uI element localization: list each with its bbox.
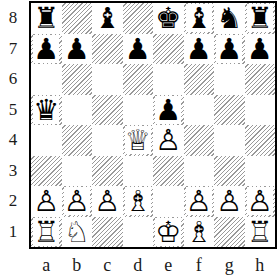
square-b5[interactable]: [62, 95, 93, 126]
square-h8[interactable]: ♜: [245, 3, 276, 34]
square-e2[interactable]: [153, 186, 184, 217]
square-f8[interactable]: ♝: [184, 3, 215, 34]
square-a1[interactable]: ♖: [31, 217, 62, 248]
piece-black-king: ♚: [155, 4, 181, 32]
file-label-a: a: [31, 252, 62, 278]
chess-diagram: 87654321 ♜♝♚♝♞♜♟♟♟♟♟♟♛♟♕♙♙♙♙♗♙♙♙♖♘♔♗♖ ab…: [0, 0, 279, 280]
rank-label-4: 4: [0, 125, 26, 156]
square-g1[interactable]: [214, 217, 245, 248]
square-g3[interactable]: [214, 156, 245, 187]
square-b3[interactable]: [62, 156, 93, 187]
rank-label-7: 7: [0, 34, 26, 65]
piece-white-king: ♔: [155, 218, 181, 246]
square-c6[interactable]: [92, 64, 123, 95]
square-d7[interactable]: ♟: [123, 34, 154, 65]
rank-label-8: 8: [0, 3, 26, 34]
square-d2[interactable]: ♗: [123, 186, 154, 217]
square-b1[interactable]: ♘: [62, 217, 93, 248]
square-c1[interactable]: [92, 217, 123, 248]
square-a7[interactable]: ♟: [31, 34, 62, 65]
piece-black-pawn: ♟: [216, 35, 242, 63]
square-c8[interactable]: ♝: [92, 3, 123, 34]
square-h2[interactable]: ♙: [245, 186, 276, 217]
square-c7[interactable]: [92, 34, 123, 65]
piece-black-pawn: ♟: [247, 35, 273, 63]
rank-label-5: 5: [0, 95, 26, 126]
square-a8[interactable]: ♜: [31, 3, 62, 34]
square-f2[interactable]: ♙: [184, 186, 215, 217]
piece-white-pawn: ♙: [155, 126, 181, 154]
file-label-c: c: [92, 252, 123, 278]
rank-label-2: 2: [0, 186, 26, 217]
square-e7[interactable]: [153, 34, 184, 65]
piece-black-pawn: ♟: [155, 96, 181, 124]
file-label-d: d: [123, 252, 154, 278]
piece-white-pawn: ♙: [186, 187, 212, 215]
square-c4[interactable]: [92, 125, 123, 156]
square-h5[interactable]: [245, 95, 276, 126]
square-b8[interactable]: [62, 3, 93, 34]
square-f7[interactable]: ♟: [184, 34, 215, 65]
piece-black-queen: ♛: [33, 96, 59, 124]
piece-black-bishop: ♝: [94, 4, 120, 32]
square-c3[interactable]: [92, 156, 123, 187]
piece-white-bishop: ♗: [186, 218, 212, 246]
chess-board: ♜♝♚♝♞♜♟♟♟♟♟♟♛♟♕♙♙♙♙♗♙♙♙♖♘♔♗♖: [29, 1, 277, 249]
square-e8[interactable]: ♚: [153, 3, 184, 34]
rank-label-1: 1: [0, 217, 26, 248]
square-f4[interactable]: [184, 125, 215, 156]
square-g2[interactable]: ♙: [214, 186, 245, 217]
square-f5[interactable]: [184, 95, 215, 126]
piece-white-knight: ♘: [64, 218, 90, 246]
square-d8[interactable]: [123, 3, 154, 34]
square-g8[interactable]: ♞: [214, 3, 245, 34]
piece-white-rook: ♖: [247, 218, 273, 246]
square-g5[interactable]: [214, 95, 245, 126]
square-h4[interactable]: [245, 125, 276, 156]
square-g7[interactable]: ♟: [214, 34, 245, 65]
square-d4[interactable]: ♕: [123, 125, 154, 156]
piece-black-pawn: ♟: [186, 35, 212, 63]
piece-white-pawn: ♙: [64, 187, 90, 215]
square-e1[interactable]: ♔: [153, 217, 184, 248]
file-label-h: h: [245, 252, 276, 278]
square-d3[interactable]: [123, 156, 154, 187]
file-label-f: f: [184, 252, 215, 278]
square-b4[interactable]: [62, 125, 93, 156]
square-a3[interactable]: [31, 156, 62, 187]
piece-white-pawn: ♙: [247, 187, 273, 215]
rank-label-6: 6: [0, 64, 26, 95]
piece-black-pawn: ♟: [64, 35, 90, 63]
square-e6[interactable]: [153, 64, 184, 95]
square-e3[interactable]: [153, 156, 184, 187]
square-h7[interactable]: ♟: [245, 34, 276, 65]
square-d5[interactable]: [123, 95, 154, 126]
piece-black-pawn: ♟: [125, 35, 151, 63]
square-d1[interactable]: [123, 217, 154, 248]
piece-black-bishop: ♝: [186, 4, 212, 32]
square-a5[interactable]: ♛: [31, 95, 62, 126]
piece-white-bishop: ♗: [125, 187, 151, 215]
file-label-e: e: [153, 252, 184, 278]
piece-black-pawn: ♟: [33, 35, 59, 63]
square-g6[interactable]: [214, 64, 245, 95]
square-a4[interactable]: [31, 125, 62, 156]
square-f3[interactable]: [184, 156, 215, 187]
square-a6[interactable]: [31, 64, 62, 95]
square-g4[interactable]: [214, 125, 245, 156]
square-c5[interactable]: [92, 95, 123, 126]
piece-white-pawn: ♙: [33, 187, 59, 215]
square-h6[interactable]: [245, 64, 276, 95]
piece-white-pawn: ♙: [94, 187, 120, 215]
square-b2[interactable]: ♙: [62, 186, 93, 217]
piece-black-knight: ♞: [216, 4, 242, 32]
square-e4[interactable]: ♙: [153, 125, 184, 156]
square-c2[interactable]: ♙: [92, 186, 123, 217]
piece-white-rook: ♖: [33, 218, 59, 246]
rank-label-3: 3: [0, 156, 26, 187]
piece-white-pawn: ♙: [216, 187, 242, 215]
square-b7[interactable]: ♟: [62, 34, 93, 65]
piece-black-rook: ♜: [247, 4, 273, 32]
square-e5[interactable]: ♟: [153, 95, 184, 126]
file-label-b: b: [62, 252, 93, 278]
square-f6[interactable]: [184, 64, 215, 95]
square-b6[interactable]: [62, 64, 93, 95]
square-a2[interactable]: ♙: [31, 186, 62, 217]
square-h3[interactable]: [245, 156, 276, 187]
piece-black-rook: ♜: [33, 4, 59, 32]
square-d6[interactable]: [123, 64, 154, 95]
file-label-g: g: [214, 252, 245, 278]
square-f1[interactable]: ♗: [184, 217, 215, 248]
square-h1[interactable]: ♖: [245, 217, 276, 248]
piece-white-queen: ♕: [125, 126, 151, 154]
